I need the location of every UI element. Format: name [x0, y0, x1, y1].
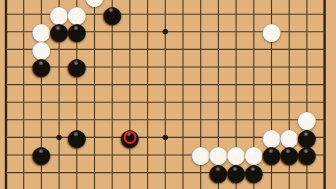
go-board-viewport[interactable]: ●●●●●●●●●●●●●●●●●●●●●●●●●●●● — [0, 0, 336, 189]
go-board-grid[interactable] — [0, 0, 336, 189]
star-point — [269, 135, 274, 140]
star-point — [269, 29, 274, 34]
star-point — [56, 135, 61, 140]
go-app-frame: ●●●●●●●●●●●●●●●●●●●●●●●●●●●● — [0, 0, 336, 189]
star-point — [163, 135, 168, 140]
star-point — [56, 29, 61, 34]
star-point — [163, 29, 168, 34]
